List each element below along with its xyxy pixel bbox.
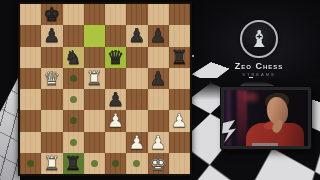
square-f1[interactable] <box>126 153 147 174</box>
square-d7[interactable] <box>84 25 105 46</box>
square-g8[interactable] <box>148 4 169 25</box>
legal-move-dot <box>70 96 77 103</box>
bishop-icon: ♝ <box>249 28 270 51</box>
white-rook-piece: ♜ <box>86 68 103 89</box>
white-pawn-piece: ♟ <box>150 132 167 153</box>
square-d1[interactable] <box>84 153 105 174</box>
black-pawn-piece: ♟ <box>128 25 145 46</box>
square-h7[interactable] <box>169 25 190 46</box>
square-h4[interactable] <box>169 89 190 110</box>
square-c2[interactable] <box>63 132 84 153</box>
square-d2[interactable] <box>84 132 105 153</box>
black-queen-piece: ♛ <box>107 47 124 68</box>
black-rook-piece: ♜ <box>65 153 82 174</box>
red-glow <box>244 92 258 102</box>
square-g7[interactable]: ♟ <box>148 25 169 46</box>
square-f4[interactable] <box>126 89 147 110</box>
square-d8[interactable] <box>84 4 105 25</box>
square-g5[interactable]: ♟ <box>148 68 169 89</box>
square-h5[interactable] <box>169 68 190 89</box>
square-e3[interactable]: ♟ <box>105 110 126 131</box>
square-b1[interactable]: ♜ <box>41 153 62 174</box>
square-c5[interactable] <box>63 68 84 89</box>
square-g1[interactable]: ♚ <box>148 153 169 174</box>
square-h1[interactable] <box>169 153 190 174</box>
zeo-chess-logo: ♝ Zeo Chess Streams <box>207 20 311 77</box>
square-g2[interactable]: ♟ <box>148 132 169 153</box>
square-a3[interactable] <box>20 110 41 131</box>
square-c7[interactable] <box>63 25 84 46</box>
square-e7[interactable] <box>105 25 126 46</box>
caption-bar <box>252 143 278 146</box>
square-b2[interactable] <box>41 132 62 153</box>
legal-move-dot <box>27 160 34 167</box>
black-pawn-piece: ♟ <box>150 68 167 89</box>
white-pawn-piece: ♟ <box>107 110 124 131</box>
square-f5[interactable] <box>126 68 147 89</box>
logo-ring: ♝ <box>240 20 278 58</box>
white-pawn-piece: ♟ <box>128 132 145 153</box>
square-e6[interactable]: ♛ <box>105 47 126 68</box>
white-queen-piece: ♛ <box>43 68 60 89</box>
square-d4[interactable] <box>84 89 105 110</box>
square-a7[interactable] <box>20 25 41 46</box>
board-frame: ♚♟♟♟♞♛♜♛♜♟♟♟♟♟♟♜♜♚ <box>18 2 192 176</box>
zigzag-z-icon <box>222 119 237 145</box>
square-d3[interactable] <box>84 110 105 131</box>
square-a8[interactable] <box>20 4 41 25</box>
square-f7[interactable]: ♟ <box>126 25 147 46</box>
square-f2[interactable]: ♟ <box>126 132 147 153</box>
square-c6[interactable]: ♞ <box>63 47 84 68</box>
square-h6[interactable]: ♜ <box>169 47 190 68</box>
white-king-piece: ♚ <box>150 153 167 174</box>
square-e1[interactable] <box>105 153 126 174</box>
white-rook-piece: ♜ <box>43 153 60 174</box>
square-a2[interactable] <box>20 132 41 153</box>
legal-move-dot <box>70 75 77 82</box>
legal-move-dot <box>133 160 140 167</box>
square-g6[interactable] <box>148 47 169 68</box>
legal-move-dot <box>70 117 77 124</box>
square-c3[interactable] <box>63 110 84 131</box>
square-b6[interactable] <box>41 47 62 68</box>
square-c8[interactable] <box>63 4 84 25</box>
square-a5[interactable] <box>20 68 41 89</box>
black-rook-piece: ♜ <box>171 47 188 68</box>
square-c4[interactable] <box>63 89 84 110</box>
black-pawn-piece: ♟ <box>43 25 60 46</box>
white-pawn-piece: ♟ <box>171 110 188 131</box>
square-g4[interactable] <box>148 89 169 110</box>
square-b3[interactable] <box>41 110 62 131</box>
black-king-piece: ♚ <box>43 4 60 25</box>
checkered-floor-left <box>0 74 20 180</box>
logo-subtitle: Streams <box>207 72 311 77</box>
square-a1[interactable] <box>20 153 41 174</box>
square-b7[interactable]: ♟ <box>41 25 62 46</box>
legal-move-dot <box>91 160 98 167</box>
square-c1[interactable]: ♜ <box>63 153 84 174</box>
square-f6[interactable] <box>126 47 147 68</box>
square-h3[interactable]: ♟ <box>169 110 190 131</box>
chess-board: ♚♟♟♟♞♛♜♛♜♟♟♟♟♟♟♜♜♚ <box>20 4 190 174</box>
square-f8[interactable] <box>126 4 147 25</box>
square-h8[interactable] <box>169 4 190 25</box>
square-a6[interactable] <box>20 47 41 68</box>
legal-move-dot <box>112 160 119 167</box>
square-b4[interactable] <box>41 89 62 110</box>
black-pawn-piece: ♟ <box>107 89 124 110</box>
square-g3[interactable] <box>148 110 169 131</box>
square-d6[interactable] <box>84 47 105 68</box>
square-a4[interactable] <box>20 89 41 110</box>
square-e8[interactable] <box>105 4 126 25</box>
square-b8[interactable]: ♚ <box>41 4 62 25</box>
logo-title: Zeo Chess <box>207 61 311 71</box>
thumbnail-stage: ♚♟♟♟♞♛♜♛♜♟♟♟♟♟♟♜♜♚ ♝ Zeo Chess Streams <box>0 0 320 180</box>
square-e4[interactable]: ♟ <box>105 89 126 110</box>
square-b5[interactable]: ♛ <box>41 68 62 89</box>
square-f3[interactable] <box>126 110 147 131</box>
square-d5[interactable]: ♜ <box>84 68 105 89</box>
square-h2[interactable] <box>169 132 190 153</box>
square-e5[interactable] <box>105 68 126 89</box>
black-knight-piece: ♞ <box>65 47 82 68</box>
black-pawn-piece: ♟ <box>150 25 167 46</box>
legal-move-dot <box>70 139 77 146</box>
square-e2[interactable] <box>105 132 126 153</box>
